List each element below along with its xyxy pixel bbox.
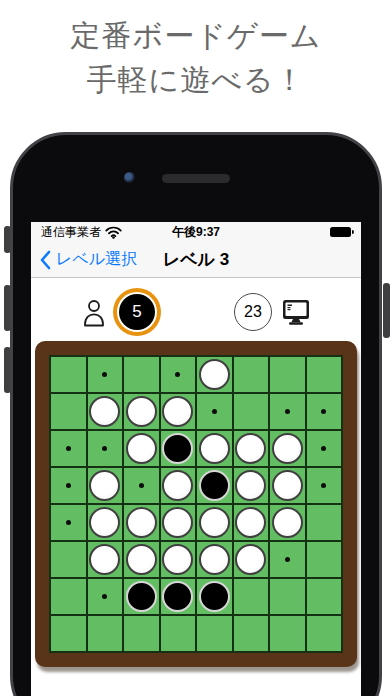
board-cell-h6[interactable]	[307, 542, 342, 577]
white-disc	[162, 470, 193, 501]
white-disc	[126, 433, 157, 464]
black-score-badge: 5	[119, 294, 155, 330]
board-cell-a4[interactable]	[51, 468, 86, 503]
white-disc	[89, 396, 120, 427]
power-button	[383, 283, 390, 338]
board-cell-g6[interactable]	[270, 542, 305, 577]
player-icon	[81, 298, 107, 327]
board-cell-d3[interactable]	[161, 431, 196, 466]
white-disc	[235, 544, 266, 575]
page-title: レベル 3	[31, 242, 361, 277]
board-cell-c8[interactable]	[124, 616, 159, 651]
front-camera	[124, 172, 135, 183]
board-cell-b5[interactable]	[88, 505, 123, 540]
white-disc	[126, 507, 157, 538]
white-score-badge: 23	[234, 293, 272, 331]
board-cell-b3[interactable]	[88, 431, 123, 466]
board-cell-f3[interactable]	[234, 431, 269, 466]
board-cell-a7[interactable]	[51, 579, 86, 614]
reversi-board	[35, 341, 357, 667]
legal-move-dot	[212, 409, 217, 414]
clock: 午後9:37	[31, 224, 361, 241]
header-line2: 手軽に遊べる！	[0, 58, 392, 102]
board-cell-g7[interactable]	[270, 579, 305, 614]
board-cell-c2[interactable]	[124, 394, 159, 429]
legal-move-dot	[66, 520, 71, 525]
white-disc	[126, 544, 157, 575]
legal-move-dot	[321, 409, 326, 414]
board-cell-h1[interactable]	[307, 357, 342, 392]
board-cell-a5[interactable]	[51, 505, 86, 540]
board-cell-g3[interactable]	[270, 431, 305, 466]
legal-move-dot	[139, 483, 144, 488]
board-cell-c7[interactable]	[124, 579, 159, 614]
white-disc	[126, 396, 157, 427]
board-cell-d6[interactable]	[161, 542, 196, 577]
board-cell-f4[interactable]	[234, 468, 269, 503]
board-cell-f6[interactable]	[234, 542, 269, 577]
white-disc	[89, 470, 120, 501]
board-cell-a3[interactable]	[51, 431, 86, 466]
board-cell-h8[interactable]	[307, 616, 342, 651]
score-row: 5 23	[31, 288, 361, 336]
board-cell-b1[interactable]	[88, 357, 123, 392]
board-cell-h4[interactable]	[307, 468, 342, 503]
board-cell-f5[interactable]	[234, 505, 269, 540]
board-cell-e7[interactable]	[197, 579, 232, 614]
white-disc	[162, 507, 193, 538]
legal-move-dot	[102, 372, 107, 377]
board-cell-f2[interactable]	[234, 394, 269, 429]
white-score: 23	[244, 303, 262, 321]
white-disc	[199, 359, 230, 390]
earpiece-speaker	[162, 174, 230, 183]
board-cell-d1[interactable]	[161, 357, 196, 392]
legal-move-dot	[321, 483, 326, 488]
legal-move-dot	[321, 446, 326, 451]
header-line1: 定番ボードゲーム	[0, 14, 392, 58]
black-disc	[199, 581, 230, 612]
board-cell-d4[interactable]	[161, 468, 196, 503]
white-disc	[89, 507, 120, 538]
board-cell-g2[interactable]	[270, 394, 305, 429]
legal-move-dot	[66, 483, 71, 488]
white-disc	[272, 507, 303, 538]
white-disc	[272, 470, 303, 501]
board-cell-b8[interactable]	[88, 616, 123, 651]
white-disc	[199, 507, 230, 538]
white-disc	[89, 544, 120, 575]
board-cell-e3[interactable]	[197, 431, 232, 466]
board-cell-e8[interactable]	[197, 616, 232, 651]
black-disc	[199, 470, 230, 501]
board-cell-c1[interactable]	[124, 357, 159, 392]
legal-move-dot	[175, 372, 180, 377]
board-cell-b4[interactable]	[88, 468, 123, 503]
black-disc	[162, 433, 193, 464]
board-cell-b6[interactable]	[88, 542, 123, 577]
white-disc	[162, 544, 193, 575]
board-cell-f8[interactable]	[234, 616, 269, 651]
white-disc	[235, 433, 266, 464]
board-cell-a1[interactable]	[51, 357, 86, 392]
board-cell-f7[interactable]	[234, 579, 269, 614]
app-screen: 通信事業者 午後9:37 レベル選択 レベル 3 5	[31, 222, 361, 696]
white-disc	[162, 396, 193, 427]
board-cell-g1[interactable]	[270, 357, 305, 392]
board-cell-a8[interactable]	[51, 616, 86, 651]
board-cell-h7[interactable]	[307, 579, 342, 614]
marketing-header: 定番ボードゲーム 手軽に遊べる！	[0, 14, 392, 102]
board-cell-h5[interactable]	[307, 505, 342, 540]
battery-icon	[330, 227, 351, 237]
status-bar: 通信事業者 午後9:37	[31, 222, 361, 242]
legal-move-dot	[66, 446, 71, 451]
black-disc	[162, 581, 193, 612]
board-cell-c4[interactable]	[124, 468, 159, 503]
computer-icon	[281, 299, 311, 326]
board-cell-a2[interactable]	[51, 394, 86, 429]
navigation-bar: レベル選択 レベル 3	[31, 242, 361, 278]
black-disc	[126, 581, 157, 612]
white-disc	[235, 507, 266, 538]
board-cell-d8[interactable]	[161, 616, 196, 651]
board-cell-h3[interactable]	[307, 431, 342, 466]
white-disc	[199, 544, 230, 575]
legal-move-dot	[285, 409, 290, 414]
board-cell-g8[interactable]	[270, 616, 305, 651]
board-cell-e2[interactable]	[197, 394, 232, 429]
board-cell-c6[interactable]	[124, 542, 159, 577]
white-disc	[235, 470, 266, 501]
board-cell-d2[interactable]	[161, 394, 196, 429]
board-cell-e6[interactable]	[197, 542, 232, 577]
board-cell-g5[interactable]	[270, 505, 305, 540]
board-cell-b2[interactable]	[88, 394, 123, 429]
board-cell-e4[interactable]	[197, 468, 232, 503]
board-cell-d7[interactable]	[161, 579, 196, 614]
black-score: 5	[132, 302, 141, 322]
board-cell-b7[interactable]	[88, 579, 123, 614]
board-cell-c5[interactable]	[124, 505, 159, 540]
board-cell-h2[interactable]	[307, 394, 342, 429]
board-cell-e5[interactable]	[197, 505, 232, 540]
board-cell-f1[interactable]	[234, 357, 269, 392]
board-cell-a6[interactable]	[51, 542, 86, 577]
board-cell-c3[interactable]	[124, 431, 159, 466]
board-cell-d5[interactable]	[161, 505, 196, 540]
board-cell-e1[interactable]	[197, 357, 232, 392]
legal-move-dot	[285, 557, 290, 562]
legal-move-dot	[102, 594, 107, 599]
white-disc	[199, 433, 230, 464]
white-disc	[272, 433, 303, 464]
board-cell-g4[interactable]	[270, 468, 305, 503]
board-grid	[49, 355, 343, 653]
legal-move-dot	[102, 446, 107, 451]
